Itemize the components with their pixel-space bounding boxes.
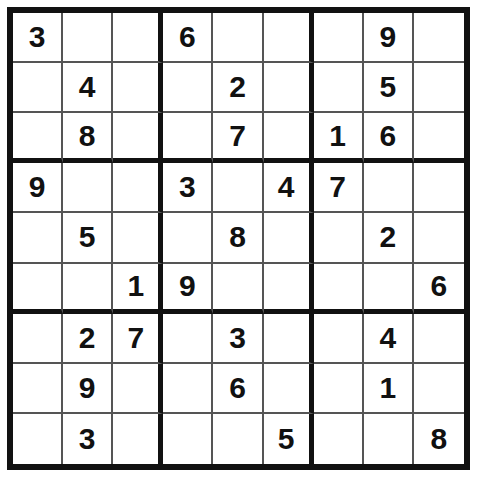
cell-r4c8-empty[interactable] [364, 163, 414, 213]
cell-r1c9-empty[interactable] [414, 13, 464, 63]
cell-r9c6-given[interactable]: 5 [264, 414, 314, 464]
cell-r4c9-empty[interactable] [414, 163, 464, 213]
cell-r7c6-empty[interactable] [264, 314, 314, 364]
cell-r1c5-empty[interactable] [213, 13, 263, 63]
cell-r1c6-empty[interactable] [264, 13, 314, 63]
cell-r5c2-given[interactable]: 5 [63, 213, 113, 263]
cell-r8c1-empty[interactable] [13, 364, 63, 414]
cell-r7c1-empty[interactable] [13, 314, 63, 364]
cell-r7c7-empty[interactable] [314, 314, 364, 364]
cell-r5c9-empty[interactable] [414, 213, 464, 263]
cell-r6c9-given[interactable]: 6 [414, 264, 464, 314]
cell-r9c2-given[interactable]: 3 [63, 414, 113, 464]
cell-r1c8-given[interactable]: 9 [364, 13, 414, 63]
cell-r4c3-empty[interactable] [113, 163, 163, 213]
cell-r9c3-empty[interactable] [113, 414, 163, 464]
cell-r3c6-empty[interactable] [264, 113, 314, 163]
cell-r9c4-empty[interactable] [163, 414, 213, 464]
cell-r9c7-empty[interactable] [314, 414, 364, 464]
cell-r6c4-given[interactable]: 9 [163, 264, 213, 314]
cell-r5c8-given[interactable]: 2 [364, 213, 414, 263]
cell-r7c4-empty[interactable] [163, 314, 213, 364]
cell-r7c5-given[interactable]: 3 [213, 314, 263, 364]
cell-r3c5-given[interactable]: 7 [213, 113, 263, 163]
cell-r2c4-empty[interactable] [163, 63, 213, 113]
cell-r8c4-empty[interactable] [163, 364, 213, 414]
cell-r3c7-given[interactable]: 1 [314, 113, 364, 163]
cell-r8c6-empty[interactable] [264, 364, 314, 414]
cell-r9c9-given[interactable]: 8 [414, 414, 464, 464]
cell-r8c7-empty[interactable] [314, 364, 364, 414]
cell-r2c8-given[interactable]: 5 [364, 63, 414, 113]
cell-r8c8-given[interactable]: 1 [364, 364, 414, 414]
cell-r3c1-empty[interactable] [13, 113, 63, 163]
cell-r1c2-empty[interactable] [63, 13, 113, 63]
cell-r6c7-empty[interactable] [314, 264, 364, 314]
sudoku-page: 369425871693475821962734961358 [0, 0, 480, 480]
cell-r1c1-given[interactable]: 3 [13, 13, 63, 63]
cell-r5c6-empty[interactable] [264, 213, 314, 263]
cell-r6c5-empty[interactable] [213, 264, 263, 314]
cell-r9c8-empty[interactable] [364, 414, 414, 464]
cell-r2c2-given[interactable]: 4 [63, 63, 113, 113]
cell-r6c1-empty[interactable] [13, 264, 63, 314]
cell-r7c3-given[interactable]: 7 [113, 314, 163, 364]
cell-r6c8-empty[interactable] [364, 264, 414, 314]
cell-r8c5-given[interactable]: 6 [213, 364, 263, 414]
cell-r6c3-given[interactable]: 1 [113, 264, 163, 314]
cell-r2c6-empty[interactable] [264, 63, 314, 113]
cell-r6c6-empty[interactable] [264, 264, 314, 314]
cell-r2c5-given[interactable]: 2 [213, 63, 263, 113]
cell-r4c2-empty[interactable] [63, 163, 113, 213]
cell-r2c7-empty[interactable] [314, 63, 364, 113]
cell-r2c1-empty[interactable] [13, 63, 63, 113]
cell-r3c8-given[interactable]: 6 [364, 113, 414, 163]
cell-r2c9-empty[interactable] [414, 63, 464, 113]
cell-r4c7-given[interactable]: 7 [314, 163, 364, 213]
cell-r5c3-empty[interactable] [113, 213, 163, 263]
cell-r3c3-empty[interactable] [113, 113, 163, 163]
cell-r4c1-given[interactable]: 9 [13, 163, 63, 213]
cell-r3c9-empty[interactable] [414, 113, 464, 163]
cell-r5c5-given[interactable]: 8 [213, 213, 263, 263]
cell-r3c2-given[interactable]: 8 [63, 113, 113, 163]
cell-r5c7-empty[interactable] [314, 213, 364, 263]
cell-r3c4-empty[interactable] [163, 113, 213, 163]
cell-r5c1-empty[interactable] [13, 213, 63, 263]
cell-r7c9-empty[interactable] [414, 314, 464, 364]
cell-r6c2-empty[interactable] [63, 264, 113, 314]
cell-r4c5-empty[interactable] [213, 163, 263, 213]
cell-r7c8-given[interactable]: 4 [364, 314, 414, 364]
cell-r7c2-given[interactable]: 2 [63, 314, 113, 364]
cell-r8c9-empty[interactable] [414, 364, 464, 414]
cell-r4c6-given[interactable]: 4 [264, 163, 314, 213]
cell-r8c3-empty[interactable] [113, 364, 163, 414]
cell-r1c3-empty[interactable] [113, 13, 163, 63]
cell-r9c1-empty[interactable] [13, 414, 63, 464]
cell-r2c3-empty[interactable] [113, 63, 163, 113]
cell-r1c4-given[interactable]: 6 [163, 13, 213, 63]
cell-r9c5-empty[interactable] [213, 414, 263, 464]
cell-r4c4-given[interactable]: 3 [163, 163, 213, 213]
cell-r1c7-empty[interactable] [314, 13, 364, 63]
cell-r5c4-empty[interactable] [163, 213, 213, 263]
cell-r8c2-given[interactable]: 9 [63, 364, 113, 414]
sudoku-board: 369425871693475821962734961358 [7, 7, 470, 470]
